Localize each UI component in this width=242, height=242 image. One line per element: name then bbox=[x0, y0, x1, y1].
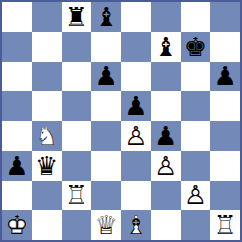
square-a1[interactable]: ♚♔ bbox=[2, 210, 32, 240]
square-e5[interactable]: ♟ bbox=[121, 91, 151, 121]
square-g7[interactable]: ♚ bbox=[181, 32, 211, 62]
black-queen-b3[interactable]: ♛ bbox=[32, 151, 62, 181]
square-f2[interactable] bbox=[151, 181, 181, 211]
square-e1[interactable]: ♝♗ bbox=[121, 210, 151, 240]
white-queen-d1[interactable]: ♛♕ bbox=[91, 210, 121, 240]
square-g1[interactable] bbox=[181, 210, 211, 240]
square-b2[interactable] bbox=[32, 181, 62, 211]
square-g6[interactable] bbox=[181, 62, 211, 92]
white-piece-outline: ♙ bbox=[151, 151, 181, 181]
square-d5[interactable] bbox=[91, 91, 121, 121]
black-piece-glyph: ♟ bbox=[91, 62, 121, 92]
square-h8[interactable] bbox=[210, 2, 240, 32]
square-c3[interactable] bbox=[62, 151, 92, 181]
square-h4[interactable] bbox=[210, 121, 240, 151]
white-rook-h1[interactable]: ♜♖ bbox=[210, 210, 240, 240]
square-c4[interactable] bbox=[62, 121, 92, 151]
white-piece-outline: ♖ bbox=[62, 181, 92, 211]
square-b3[interactable]: ♛ bbox=[32, 151, 62, 181]
black-piece-glyph: ♟ bbox=[151, 121, 181, 151]
square-c5[interactable] bbox=[62, 91, 92, 121]
black-piece-glyph: ♝ bbox=[91, 2, 121, 32]
square-g4[interactable] bbox=[181, 121, 211, 151]
square-d1[interactable]: ♛♕ bbox=[91, 210, 121, 240]
square-d3[interactable] bbox=[91, 151, 121, 181]
square-c1[interactable] bbox=[62, 210, 92, 240]
black-pawn-e5[interactable]: ♟ bbox=[121, 91, 151, 121]
white-knight-b4[interactable]: ♞♘ bbox=[32, 121, 62, 151]
chess-board: ♜♝♝♚♟♟♟♞♘♟♙♟♟♛♟♙♜♖♟♙♚♔♛♕♝♗♜♖ bbox=[0, 0, 242, 242]
white-pawn-g2[interactable]: ♟♙ bbox=[181, 181, 211, 211]
white-piece-outline: ♘ bbox=[32, 121, 62, 151]
square-f5[interactable] bbox=[151, 91, 181, 121]
square-d4[interactable] bbox=[91, 121, 121, 151]
white-king-a1[interactable]: ♚♔ bbox=[2, 210, 32, 240]
square-a3[interactable]: ♟ bbox=[2, 151, 32, 181]
square-c2[interactable]: ♜♖ bbox=[62, 181, 92, 211]
black-pawn-a3[interactable]: ♟ bbox=[2, 151, 32, 181]
black-bishop-d8[interactable]: ♝ bbox=[91, 2, 121, 32]
square-d2[interactable] bbox=[91, 181, 121, 211]
square-g5[interactable] bbox=[181, 91, 211, 121]
black-bishop-f7[interactable]: ♝ bbox=[151, 32, 181, 62]
square-e3[interactable] bbox=[121, 151, 151, 181]
square-f8[interactable] bbox=[151, 2, 181, 32]
square-h5[interactable] bbox=[210, 91, 240, 121]
square-f3[interactable]: ♟♙ bbox=[151, 151, 181, 181]
white-piece-outline: ♗ bbox=[121, 210, 151, 240]
square-e4[interactable]: ♟♙ bbox=[121, 121, 151, 151]
black-piece-glyph: ♟ bbox=[121, 91, 151, 121]
square-d7[interactable] bbox=[91, 32, 121, 62]
square-f4[interactable]: ♟ bbox=[151, 121, 181, 151]
square-c8[interactable]: ♜ bbox=[62, 2, 92, 32]
square-e8[interactable] bbox=[121, 2, 151, 32]
square-h1[interactable]: ♜♖ bbox=[210, 210, 240, 240]
white-piece-outline: ♖ bbox=[210, 210, 240, 240]
square-b6[interactable] bbox=[32, 62, 62, 92]
square-b7[interactable] bbox=[32, 32, 62, 62]
square-c6[interactable] bbox=[62, 62, 92, 92]
square-h7[interactable] bbox=[210, 32, 240, 62]
black-piece-glyph: ♚ bbox=[181, 32, 211, 62]
black-piece-glyph: ♛ bbox=[32, 151, 62, 181]
white-piece-outline: ♙ bbox=[121, 121, 151, 151]
square-b4[interactable]: ♞♘ bbox=[32, 121, 62, 151]
chess-diagram: ♜♝♝♚♟♟♟♞♘♟♙♟♟♛♟♙♜♖♟♙♚♔♛♕♝♗♜♖ bbox=[0, 0, 242, 242]
square-f7[interactable]: ♝ bbox=[151, 32, 181, 62]
square-f6[interactable] bbox=[151, 62, 181, 92]
square-c7[interactable] bbox=[62, 32, 92, 62]
square-a5[interactable] bbox=[2, 91, 32, 121]
black-pawn-f4[interactable]: ♟ bbox=[151, 121, 181, 151]
square-h3[interactable] bbox=[210, 151, 240, 181]
black-pawn-h6[interactable]: ♟ bbox=[210, 62, 240, 92]
black-piece-glyph: ♟ bbox=[2, 151, 32, 181]
square-e6[interactable] bbox=[121, 62, 151, 92]
white-pawn-e4[interactable]: ♟♙ bbox=[121, 121, 151, 151]
square-g2[interactable]: ♟♙ bbox=[181, 181, 211, 211]
black-pawn-d6[interactable]: ♟ bbox=[91, 62, 121, 92]
square-e2[interactable] bbox=[121, 181, 151, 211]
square-f1[interactable] bbox=[151, 210, 181, 240]
white-piece-outline: ♕ bbox=[91, 210, 121, 240]
black-king-g7[interactable]: ♚ bbox=[181, 32, 211, 62]
white-piece-outline: ♔ bbox=[2, 210, 32, 240]
square-g8[interactable] bbox=[181, 2, 211, 32]
white-rook-c2[interactable]: ♜♖ bbox=[62, 181, 92, 211]
black-piece-glyph: ♝ bbox=[151, 32, 181, 62]
square-b1[interactable] bbox=[32, 210, 62, 240]
square-a8[interactable] bbox=[2, 2, 32, 32]
square-a7[interactable] bbox=[2, 32, 32, 62]
square-e7[interactable] bbox=[121, 32, 151, 62]
square-g3[interactable] bbox=[181, 151, 211, 181]
white-bishop-e1[interactable]: ♝♗ bbox=[121, 210, 151, 240]
square-a2[interactable] bbox=[2, 181, 32, 211]
square-a4[interactable] bbox=[2, 121, 32, 151]
square-a6[interactable] bbox=[2, 62, 32, 92]
black-piece-glyph: ♜ bbox=[62, 2, 92, 32]
square-h2[interactable] bbox=[210, 181, 240, 211]
square-b5[interactable] bbox=[32, 91, 62, 121]
white-piece-outline: ♙ bbox=[181, 181, 211, 211]
black-rook-c8[interactable]: ♜ bbox=[62, 2, 92, 32]
white-pawn-f3[interactable]: ♟♙ bbox=[151, 151, 181, 181]
black-piece-glyph: ♟ bbox=[210, 62, 240, 92]
square-d6[interactable]: ♟ bbox=[91, 62, 121, 92]
square-b8[interactable] bbox=[32, 2, 62, 32]
square-h6[interactable]: ♟ bbox=[210, 62, 240, 92]
square-d8[interactable]: ♝ bbox=[91, 2, 121, 32]
